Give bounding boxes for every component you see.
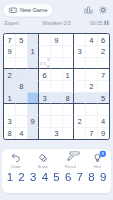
cell-r9c6[interactable] [62, 127, 74, 139]
cell-r4c9[interactable]: 7 [97, 69, 109, 81]
cell-r7c8[interactable] [86, 104, 98, 116]
cell-r3c1[interactable] [4, 57, 16, 69]
cell-r3c3[interactable] [27, 57, 39, 69]
new-game-button[interactable]: New Game [3, 3, 53, 17]
cell-r5c6[interactable] [62, 81, 74, 93]
cell-r1c1[interactable]: 7 [4, 34, 16, 46]
hint-label: Hint [94, 164, 101, 169]
cell-r1c8[interactable]: 4 [86, 34, 98, 46]
cell-r8c2[interactable] [16, 116, 28, 128]
status-bar: Expert Mistakes 0/3 00:05 [5, 20, 109, 27]
cell-r4c6[interactable]: 1 [62, 69, 74, 81]
cell-r7c2[interactable] [16, 104, 28, 116]
undo-button[interactable]: Undo [4, 153, 27, 169]
cell-r9c7[interactable] [74, 127, 86, 139]
cell-r5c8[interactable]: 2 [86, 81, 98, 93]
cell-r9c1[interactable]: 8 [4, 127, 16, 139]
top-right-icons [84, 5, 109, 15]
cell-r8c7[interactable]: 2 [74, 116, 86, 128]
cell-r8c6[interactable] [62, 116, 74, 128]
cell-r7c1[interactable] [4, 104, 16, 116]
hint-count-badge: 3 [99, 151, 106, 158]
cell-r9c8[interactable]: 7 [86, 127, 98, 139]
cell-r6c6[interactable]: 8 [62, 92, 74, 104]
sudoku-app: New Game [0, 0, 113, 200]
cell-r8c4[interactable] [39, 116, 51, 128]
difficulty-label: Expert [5, 20, 19, 26]
cell-r4c8[interactable] [86, 69, 98, 81]
cell-r8c3[interactable]: 9 [27, 116, 39, 128]
cell-r7c6[interactable] [62, 104, 74, 116]
cell-r9c2[interactable]: 4 [16, 127, 28, 139]
cell-r4c4[interactable]: 6 [39, 69, 51, 81]
cell-r8c9[interactable]: 4 [97, 116, 109, 128]
cell-r3c5[interactable] [51, 57, 63, 69]
cell-r9c3[interactable] [27, 127, 39, 139]
cell-r5c2[interactable]: 8 [16, 81, 28, 93]
cell-r5c1[interactable] [4, 81, 16, 93]
cell-r2c8[interactable] [86, 46, 98, 58]
cell-r4c7[interactable] [74, 69, 86, 81]
cell-r4c2[interactable] [16, 69, 28, 81]
cell-r4c5[interactable] [51, 69, 63, 81]
leaderboard-icon[interactable] [84, 5, 94, 15]
cell-r1c9[interactable]: 6 [97, 34, 109, 46]
cell-r6c7[interactable] [74, 92, 86, 104]
cell-r4c1[interactable]: 2 [4, 69, 16, 81]
cell-r7c9[interactable] [97, 104, 109, 116]
settings-gear-icon[interactable] [98, 5, 108, 15]
numpad: 123456789 [2, 170, 111, 184]
numpad-1[interactable]: 1 [6, 170, 14, 184]
cell-r6c2[interactable] [16, 92, 28, 104]
cell-r7c4[interactable] [39, 104, 51, 116]
cell-r8c5[interactable] [51, 116, 63, 128]
cell-r6c3[interactable] [27, 92, 39, 104]
cell-r9c9[interactable]: 9 [97, 127, 109, 139]
pencil-off-badge: OFF [69, 151, 80, 156]
cell-r2c3[interactable]: 1 [27, 46, 39, 58]
eraser-icon [37, 153, 48, 164]
undo-icon [10, 153, 21, 164]
cell-r2c2[interactable] [16, 46, 28, 58]
cell-r7c7[interactable] [74, 104, 86, 116]
pencil-label: Pencil [65, 164, 76, 169]
cell-r2c6[interactable] [62, 46, 74, 58]
cell-r2c1[interactable]: 9 [4, 46, 16, 58]
bottom-panel: Undo Erase [2, 149, 111, 193]
cell-r1c2[interactable]: 5 [16, 34, 28, 46]
mistakes-label: Mistakes 0/3 [42, 20, 70, 26]
numpad-8[interactable]: 8 [87, 170, 95, 184]
hint-button[interactable]: Hint 3 [86, 153, 109, 169]
cell-r1c5[interactable]: 9 [51, 34, 63, 46]
numpad-3[interactable]: 3 [29, 170, 37, 184]
cell-r3c2[interactable] [16, 57, 28, 69]
cell-r6c9[interactable]: 5 [97, 92, 109, 104]
cell-r9c4[interactable] [39, 127, 51, 139]
cell-r8c8[interactable] [86, 116, 98, 128]
cell-r5c5[interactable] [51, 81, 63, 93]
numpad-9[interactable]: 9 [99, 170, 107, 184]
cell-r6c1[interactable]: 1 [4, 92, 16, 104]
erase-button[interactable]: Erase [31, 153, 54, 169]
cell-r5c4[interactable] [39, 81, 51, 93]
cell-r1c4[interactable] [39, 34, 51, 46]
pencil-button[interactable]: Pencil OFF [59, 153, 82, 169]
gamepad-icon [9, 7, 18, 14]
cell-r6c4[interactable]: 3 [39, 92, 51, 104]
cell-r2c9[interactable]: 2 [97, 46, 109, 58]
numpad-6[interactable]: 6 [64, 170, 72, 184]
undo-label: Undo [11, 164, 21, 169]
cell-r1c3[interactable] [27, 34, 39, 46]
cell-r3c6[interactable] [62, 57, 74, 69]
sudoku-board: 75946913234592617821385392484379 [3, 33, 110, 140]
cell-r2c5[interactable] [51, 46, 63, 58]
cell-r2c7[interactable]: 3 [74, 46, 86, 58]
cell-r7c3[interactable] [27, 104, 39, 116]
cell-r1c7[interactable] [74, 34, 86, 46]
cell-r6c5[interactable] [51, 92, 63, 104]
pause-button[interactable] [105, 21, 109, 26]
toolbar: Undo Erase [2, 149, 111, 169]
cell-r5c7[interactable] [74, 81, 86, 93]
timer-value: 00:05 [90, 20, 103, 26]
cell-r7c5[interactable] [51, 104, 63, 116]
cell-r4c3[interactable] [27, 69, 39, 81]
cell-r1c6[interactable] [62, 34, 74, 46]
cell-r8c1[interactable]: 3 [4, 116, 16, 128]
cell-r9c5[interactable]: 3 [51, 127, 63, 139]
cell-r3c4[interactable]: 3459 [39, 57, 51, 69]
new-game-label: New Game [20, 7, 48, 13]
pencil-notes: 3459 [40, 58, 50, 68]
cell-r5c9[interactable] [97, 81, 109, 93]
cell-r3c9[interactable] [97, 57, 109, 69]
cell-r5c3[interactable] [27, 81, 39, 93]
cell-r3c8[interactable] [86, 57, 98, 69]
cell-r2c4[interactable] [39, 46, 51, 58]
top-bar: New Game [3, 3, 108, 17]
numpad-2[interactable]: 2 [17, 170, 25, 184]
cell-r6c8[interactable] [86, 92, 98, 104]
numpad-5[interactable]: 5 [52, 170, 60, 184]
cell-r3c7[interactable] [74, 57, 86, 69]
numpad-4[interactable]: 4 [41, 170, 49, 184]
erase-label: Erase [38, 164, 48, 169]
numpad-7[interactable]: 7 [76, 170, 84, 184]
